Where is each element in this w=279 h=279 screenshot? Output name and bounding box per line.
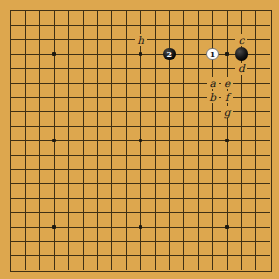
- grid-line-horizontal: [11, 169, 270, 170]
- grid-line-horizontal: [11, 183, 270, 184]
- hoshi-point: [225, 52, 229, 56]
- hoshi-point: [139, 52, 143, 56]
- variation-label-b[interactable]: b: [207, 91, 219, 103]
- variation-label-a[interactable]: a: [207, 77, 219, 89]
- move-number: 2: [167, 50, 173, 58]
- grid-line-horizontal: [11, 212, 270, 213]
- black-stone-2: 2: [163, 48, 176, 61]
- variation-label-h[interactable]: h: [135, 34, 147, 46]
- grid-line-vertical: [183, 11, 184, 270]
- hoshi-point: [225, 225, 229, 229]
- black-stone: [235, 47, 249, 61]
- go-board[interactable]: abcdefgh12: [0, 0, 279, 279]
- hoshi-point: [52, 139, 56, 143]
- grid-line-vertical: [255, 11, 256, 270]
- grid-line-horizontal: [11, 241, 270, 242]
- grid-line-vertical: [155, 11, 156, 270]
- grid-line-vertical: [198, 11, 199, 270]
- grid-line-horizontal: [11, 198, 270, 199]
- hoshi-point: [52, 225, 56, 229]
- variation-label-f[interactable]: f: [221, 91, 233, 103]
- hoshi-point: [139, 225, 143, 229]
- grid-line-horizontal: [11, 255, 270, 256]
- grid-line-horizontal: [11, 155, 270, 156]
- hoshi-point: [52, 52, 56, 56]
- hoshi-point: [225, 139, 229, 143]
- move-number: 1: [210, 50, 216, 58]
- variation-label-c[interactable]: c: [235, 34, 247, 46]
- variation-label-d[interactable]: d: [235, 63, 247, 75]
- variation-label-e[interactable]: e: [221, 77, 233, 89]
- variation-label-g[interactable]: g: [221, 106, 233, 118]
- go-board-diagram: abcdefgh12: [0, 0, 279, 279]
